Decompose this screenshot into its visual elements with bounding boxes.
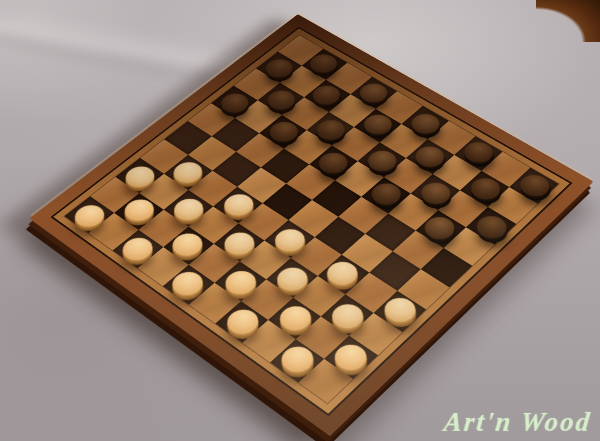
watermark: Art'n Wood bbox=[442, 407, 593, 438]
board-grid bbox=[65, 35, 559, 403]
board-margin bbox=[50, 27, 572, 416]
board-wrap bbox=[102, 0, 522, 410]
table-corner-wood bbox=[536, 0, 600, 42]
photo-canvas: { "game": "checkers-international-draugh… bbox=[0, 0, 600, 441]
